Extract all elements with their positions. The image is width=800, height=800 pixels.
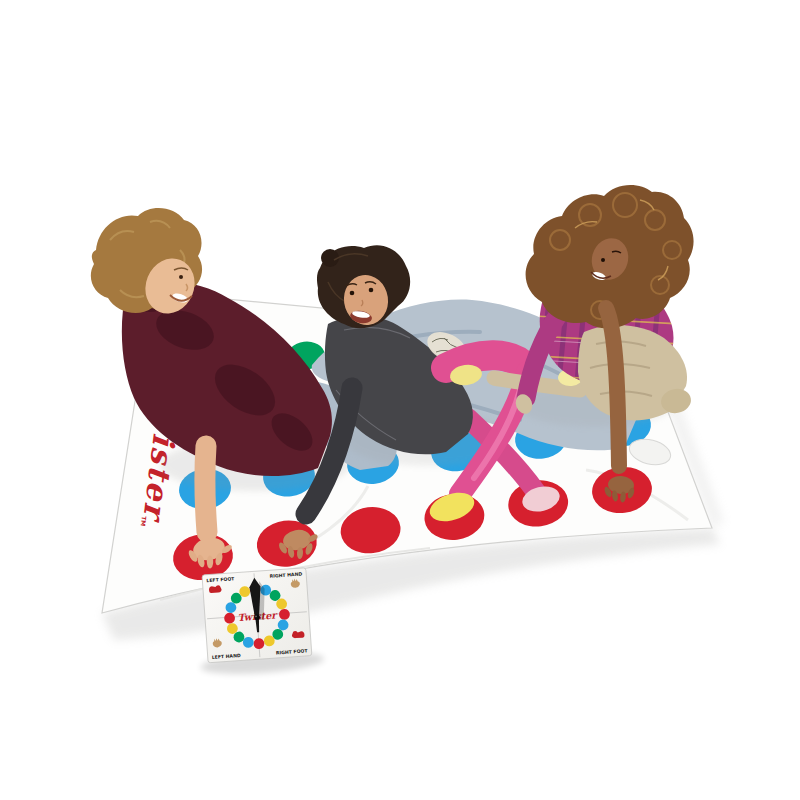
girl-middle-thigh (446, 355, 526, 368)
boy-eye (179, 275, 183, 279)
scene-canvas: Twister TM Twister (0, 0, 800, 800)
girl-middle-eye-right (369, 288, 374, 293)
boy-left-arm (205, 446, 207, 532)
girl-right-eye (601, 258, 605, 262)
twister-product-photo: Twister TM Twister (0, 0, 800, 800)
girl-middle-eye-left (350, 291, 355, 296)
twister-logo-left-tm: TM (140, 516, 148, 527)
spinner-board: Twister LEFT FOOT RIGHT HAND LEFT HAND R… (194, 567, 325, 677)
